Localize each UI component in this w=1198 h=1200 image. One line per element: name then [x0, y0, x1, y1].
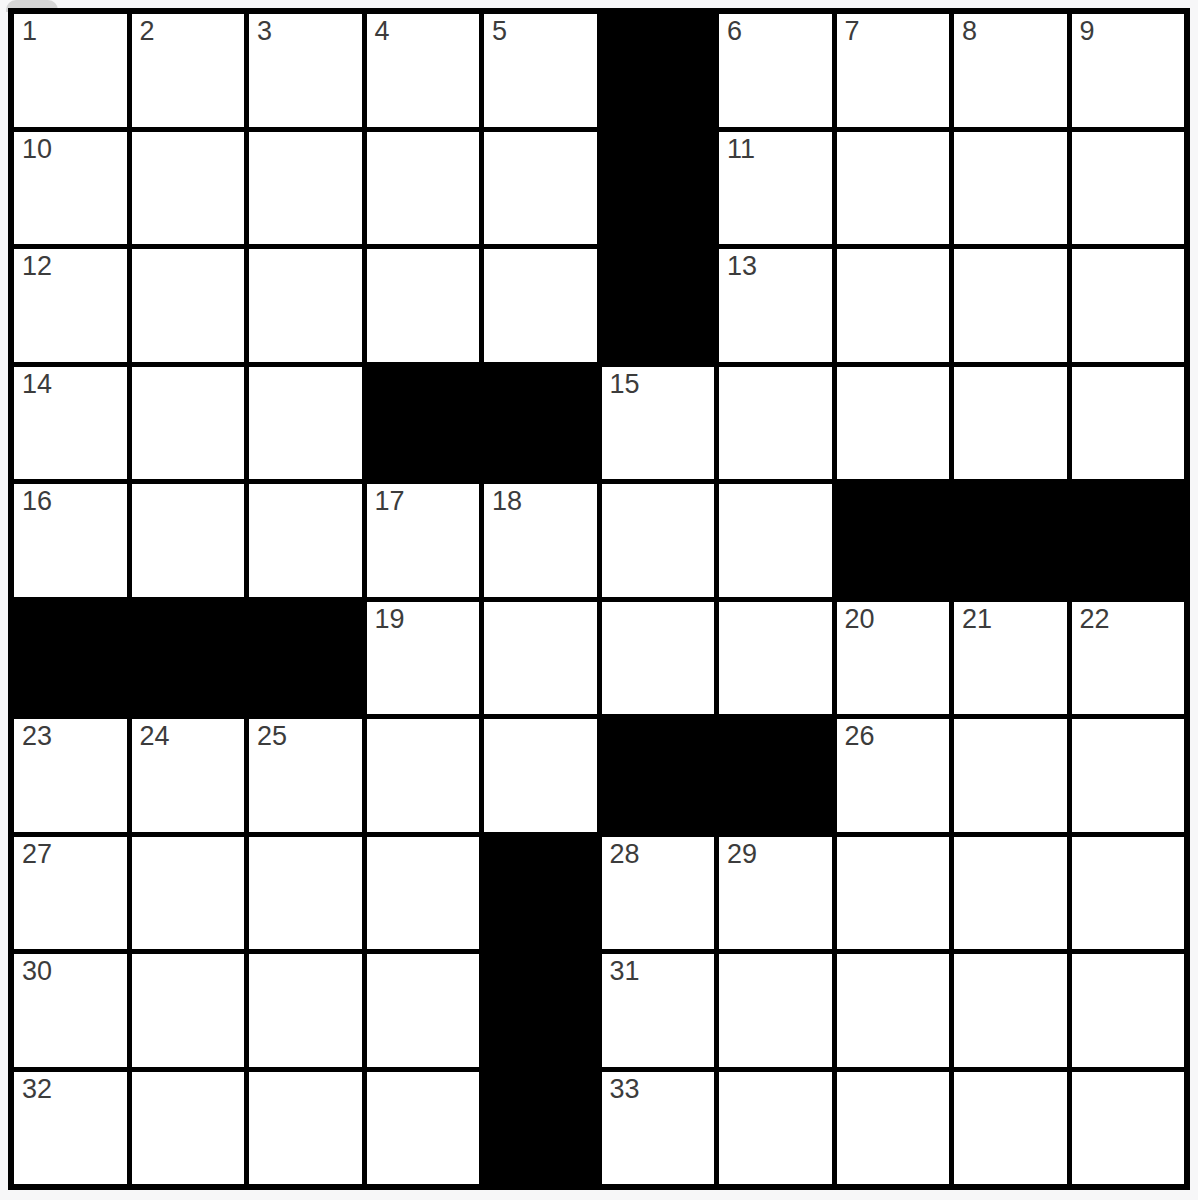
cell-r3c2[interactable]	[132, 249, 245, 362]
cell-r4c9[interactable]	[954, 367, 1067, 480]
black-cell-r6c3	[249, 602, 362, 715]
black-cell-r4c5	[484, 367, 597, 480]
cell-r8c7[interactable]: 29	[719, 837, 832, 950]
black-cell-r6c2	[132, 602, 245, 715]
cell-r2c8[interactable]	[837, 132, 950, 245]
clue-number-32: 32	[22, 1075, 52, 1103]
cell-r3c9[interactable]	[954, 249, 1067, 362]
cell-r6c6[interactable]	[602, 602, 715, 715]
clue-number-3: 3	[257, 17, 272, 45]
cell-r3c5[interactable]	[484, 249, 597, 362]
cell-r1c10[interactable]: 9	[1072, 14, 1185, 127]
cell-r5c7[interactable]	[719, 484, 832, 597]
cell-r4c8[interactable]	[837, 367, 950, 480]
cell-r1c8[interactable]: 7	[837, 14, 950, 127]
clue-number-29: 29	[727, 840, 757, 868]
cell-r10c8[interactable]	[837, 1072, 950, 1185]
cell-r1c2[interactable]: 2	[132, 14, 245, 127]
cell-r1c9[interactable]: 8	[954, 14, 1067, 127]
clue-number-21: 21	[962, 605, 992, 633]
clue-number-25: 25	[257, 722, 287, 750]
cell-r7c10[interactable]	[1072, 719, 1185, 832]
cell-r7c9[interactable]	[954, 719, 1067, 832]
cell-r2c10[interactable]	[1072, 132, 1185, 245]
cell-r9c2[interactable]	[132, 954, 245, 1067]
cell-r8c6[interactable]: 28	[602, 837, 715, 950]
clue-number-7: 7	[845, 17, 860, 45]
clue-number-31: 31	[610, 957, 640, 985]
clue-number-1: 1	[22, 17, 37, 45]
cell-r1c7[interactable]: 6	[719, 14, 832, 127]
cell-r8c4[interactable]	[367, 837, 480, 950]
clue-number-9: 9	[1080, 17, 1095, 45]
cell-r5c6[interactable]	[602, 484, 715, 597]
cell-r10c6[interactable]: 33	[602, 1072, 715, 1185]
clue-number-23: 23	[22, 722, 52, 750]
cell-r8c3[interactable]	[249, 837, 362, 950]
cell-r5c2[interactable]	[132, 484, 245, 597]
cell-r2c5[interactable]	[484, 132, 597, 245]
cell-r7c4[interactable]	[367, 719, 480, 832]
cell-r1c3[interactable]: 3	[249, 14, 362, 127]
cell-r10c1[interactable]: 32	[14, 1072, 127, 1185]
cell-r3c7[interactable]: 13	[719, 249, 832, 362]
cell-r7c8[interactable]: 26	[837, 719, 950, 832]
cell-r3c4[interactable]	[367, 249, 480, 362]
cell-r2c3[interactable]	[249, 132, 362, 245]
cell-r6c8[interactable]: 20	[837, 602, 950, 715]
clue-number-22: 22	[1080, 605, 1110, 633]
cell-r3c1[interactable]: 12	[14, 249, 127, 362]
cell-r2c1[interactable]: 10	[14, 132, 127, 245]
cell-r8c8[interactable]	[837, 837, 950, 950]
clue-number-15: 15	[610, 370, 640, 398]
cell-r5c1[interactable]: 16	[14, 484, 127, 597]
clue-number-19: 19	[375, 605, 405, 633]
black-cell-r6c1	[14, 602, 127, 715]
cell-r10c9[interactable]	[954, 1072, 1067, 1185]
clue-number-28: 28	[610, 840, 640, 868]
cell-r3c10[interactable]	[1072, 249, 1185, 362]
cell-r6c5[interactable]	[484, 602, 597, 715]
cell-r4c7[interactable]	[719, 367, 832, 480]
cell-r5c3[interactable]	[249, 484, 362, 597]
cell-r4c3[interactable]	[249, 367, 362, 480]
cell-r4c2[interactable]	[132, 367, 245, 480]
clue-number-24: 24	[140, 722, 170, 750]
cell-r2c7[interactable]: 11	[719, 132, 832, 245]
cell-r9c1[interactable]: 30	[14, 954, 127, 1067]
black-cell-r3c6	[602, 249, 715, 362]
clue-number-11: 11	[727, 135, 755, 163]
black-cell-r5c9	[954, 484, 1067, 597]
clue-number-6: 6	[727, 17, 742, 45]
black-cell-r10c5	[484, 1072, 597, 1185]
page: 1234567891011121314151617181920212223242…	[0, 0, 1198, 1200]
cell-r6c7[interactable]	[719, 602, 832, 715]
cell-r8c9[interactable]	[954, 837, 1067, 950]
cell-r10c10[interactable]	[1072, 1072, 1185, 1185]
black-cell-r1c6	[602, 14, 715, 127]
clue-number-30: 30	[22, 957, 52, 985]
cell-r7c1[interactable]: 23	[14, 719, 127, 832]
cell-r2c4[interactable]	[367, 132, 480, 245]
clue-number-2: 2	[140, 17, 155, 45]
cell-r8c1[interactable]: 27	[14, 837, 127, 950]
black-cell-r5c10	[1072, 484, 1185, 597]
cell-r7c2[interactable]: 24	[132, 719, 245, 832]
cell-r8c2[interactable]	[132, 837, 245, 950]
clue-number-8: 8	[962, 17, 977, 45]
cell-r2c2[interactable]	[132, 132, 245, 245]
cell-r9c7[interactable]	[719, 954, 832, 1067]
cell-r1c5[interactable]: 5	[484, 14, 597, 127]
cell-r6c9[interactable]: 21	[954, 602, 1067, 715]
black-cell-r2c6	[602, 132, 715, 245]
cell-r5c5[interactable]: 18	[484, 484, 597, 597]
black-cell-r8c5	[484, 837, 597, 950]
cell-r7c5[interactable]	[484, 719, 597, 832]
clue-number-10: 10	[22, 135, 52, 163]
clue-number-12: 12	[22, 252, 52, 280]
cell-r10c4[interactable]	[367, 1072, 480, 1185]
clue-number-4: 4	[375, 17, 390, 45]
cell-r6c4[interactable]: 19	[367, 602, 480, 715]
black-cell-r5c8	[837, 484, 950, 597]
cell-r9c10[interactable]	[1072, 954, 1185, 1067]
black-cell-r9c5	[484, 954, 597, 1067]
cell-r3c8[interactable]	[837, 249, 950, 362]
cell-r1c1[interactable]: 1	[14, 14, 127, 127]
cell-r9c9[interactable]	[954, 954, 1067, 1067]
clue-number-16: 16	[22, 487, 52, 515]
black-cell-r7c6	[602, 719, 715, 832]
cell-r4c10[interactable]	[1072, 367, 1185, 480]
cell-r9c6[interactable]: 31	[602, 954, 715, 1067]
cell-r10c7[interactable]	[719, 1072, 832, 1185]
cell-r4c6[interactable]: 15	[602, 367, 715, 480]
cell-r3c3[interactable]	[249, 249, 362, 362]
clue-number-5: 5	[492, 17, 507, 45]
clue-number-20: 20	[845, 605, 875, 633]
crossword-board: 1234567891011121314151617181920212223242…	[8, 8, 1190, 1190]
cell-r7c3[interactable]: 25	[249, 719, 362, 832]
cell-r10c2[interactable]	[132, 1072, 245, 1185]
black-cell-r7c7	[719, 719, 832, 832]
cell-r9c4[interactable]	[367, 954, 480, 1067]
clue-number-18: 18	[492, 487, 522, 515]
black-cell-r4c4	[367, 367, 480, 480]
cell-r4c1[interactable]: 14	[14, 367, 127, 480]
cell-r5c4[interactable]: 17	[367, 484, 480, 597]
clue-number-33: 33	[610, 1075, 640, 1103]
cell-r1c4[interactable]: 4	[367, 14, 480, 127]
clue-number-17: 17	[375, 487, 405, 515]
clue-number-13: 13	[727, 252, 757, 280]
cell-r9c8[interactable]	[837, 954, 950, 1067]
cell-r10c3[interactable]	[249, 1072, 362, 1185]
cell-r6c10[interactable]: 22	[1072, 602, 1185, 715]
cell-r8c10[interactable]	[1072, 837, 1185, 950]
cell-r9c3[interactable]	[249, 954, 362, 1067]
clue-number-14: 14	[22, 370, 52, 398]
cell-r2c9[interactable]	[954, 132, 1067, 245]
clue-number-27: 27	[22, 840, 52, 868]
clue-number-26: 26	[845, 722, 875, 750]
